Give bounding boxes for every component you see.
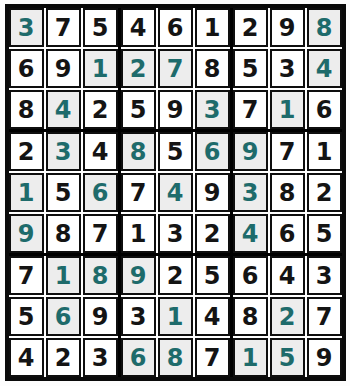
cell-r7c4[interactable]: 9 bbox=[121, 256, 156, 295]
cell-r1c5[interactable]: 6 bbox=[158, 8, 193, 47]
cell-r5c7[interactable]: 3 bbox=[233, 173, 268, 212]
cell-r6c1[interactable]: 9 bbox=[9, 214, 44, 253]
cell-r9c5[interactable]: 8 bbox=[158, 338, 193, 377]
cell-r9c6[interactable]: 7 bbox=[195, 338, 230, 377]
cell-r2c7[interactable]: 5 bbox=[233, 49, 268, 88]
cell-r4c4[interactable]: 8 bbox=[121, 132, 156, 171]
sudoku-box-1: 375691842 bbox=[9, 8, 118, 129]
cell-r6c9[interactable]: 5 bbox=[307, 214, 342, 253]
cell-r1c9[interactable]: 8 bbox=[307, 8, 342, 47]
cell-r9c7[interactable]: 1 bbox=[233, 338, 268, 377]
cell-r6c3[interactable]: 7 bbox=[83, 214, 118, 253]
cell-r5c9[interactable]: 2 bbox=[307, 173, 342, 212]
cell-r7c8[interactable]: 4 bbox=[270, 256, 305, 295]
cell-r3c9[interactable]: 6 bbox=[307, 90, 342, 129]
cell-r1c8[interactable]: 9 bbox=[270, 8, 305, 47]
cell-r4c3[interactable]: 4 bbox=[83, 132, 118, 171]
cell-r3c2[interactable]: 4 bbox=[46, 90, 81, 129]
cell-r1c7[interactable]: 2 bbox=[233, 8, 268, 47]
sudoku-box-5: 856749132 bbox=[121, 132, 230, 253]
cell-r2c3[interactable]: 1 bbox=[83, 49, 118, 88]
cell-r3c1[interactable]: 8 bbox=[9, 90, 44, 129]
cell-r7c1[interactable]: 7 bbox=[9, 256, 44, 295]
page: 3756918424612785932985347162341569878567… bbox=[0, 0, 350, 386]
cell-r3c4[interactable]: 5 bbox=[121, 90, 156, 129]
cell-r1c6[interactable]: 1 bbox=[195, 8, 230, 47]
sudoku-box-4: 234156987 bbox=[9, 132, 118, 253]
cell-r2c2[interactable]: 9 bbox=[46, 49, 81, 88]
cell-r8c4[interactable]: 3 bbox=[121, 297, 156, 336]
cell-r6c8[interactable]: 6 bbox=[270, 214, 305, 253]
sudoku-box-9: 643827159 bbox=[233, 256, 342, 377]
cell-r1c4[interactable]: 4 bbox=[121, 8, 156, 47]
cell-r3c5[interactable]: 9 bbox=[158, 90, 193, 129]
cell-r7c6[interactable]: 5 bbox=[195, 256, 230, 295]
cell-r4c7[interactable]: 9 bbox=[233, 132, 268, 171]
cell-r6c7[interactable]: 4 bbox=[233, 214, 268, 253]
cell-r4c1[interactable]: 2 bbox=[9, 132, 44, 171]
sudoku-box-6: 971382465 bbox=[233, 132, 342, 253]
cell-r3c3[interactable]: 2 bbox=[83, 90, 118, 129]
cell-r3c8[interactable]: 1 bbox=[270, 90, 305, 129]
cell-r8c9[interactable]: 7 bbox=[307, 297, 342, 336]
cell-r3c7[interactable]: 7 bbox=[233, 90, 268, 129]
cell-r4c8[interactable]: 7 bbox=[270, 132, 305, 171]
sudoku-box-7: 718569423 bbox=[9, 256, 118, 377]
cell-r8c2[interactable]: 6 bbox=[46, 297, 81, 336]
cell-r7c2[interactable]: 1 bbox=[46, 256, 81, 295]
cell-r5c2[interactable]: 5 bbox=[46, 173, 81, 212]
cell-r6c5[interactable]: 3 bbox=[158, 214, 193, 253]
cell-r9c9[interactable]: 9 bbox=[307, 338, 342, 377]
cell-r9c8[interactable]: 5 bbox=[270, 338, 305, 377]
cell-r5c5[interactable]: 4 bbox=[158, 173, 193, 212]
cell-r2c6[interactable]: 8 bbox=[195, 49, 230, 88]
cell-r2c9[interactable]: 4 bbox=[307, 49, 342, 88]
cell-r5c1[interactable]: 1 bbox=[9, 173, 44, 212]
sudoku-board: 3756918424612785932985347162341569878567… bbox=[5, 4, 346, 381]
cell-r6c2[interactable]: 8 bbox=[46, 214, 81, 253]
cell-r5c8[interactable]: 8 bbox=[270, 173, 305, 212]
sudoku-box-grid: 3756918424612785932985347162341569878567… bbox=[9, 8, 342, 377]
cell-r2c8[interactable]: 3 bbox=[270, 49, 305, 88]
cell-r5c6[interactable]: 9 bbox=[195, 173, 230, 212]
sudoku-box-3: 298534716 bbox=[233, 8, 342, 129]
cell-r9c2[interactable]: 2 bbox=[46, 338, 81, 377]
cell-r6c4[interactable]: 1 bbox=[121, 214, 156, 253]
cell-r8c6[interactable]: 4 bbox=[195, 297, 230, 336]
cell-r8c3[interactable]: 9 bbox=[83, 297, 118, 336]
cell-r9c4[interactable]: 6 bbox=[121, 338, 156, 377]
cell-r2c4[interactable]: 2 bbox=[121, 49, 156, 88]
cell-r9c3[interactable]: 3 bbox=[83, 338, 118, 377]
cell-r1c2[interactable]: 7 bbox=[46, 8, 81, 47]
cell-r7c3[interactable]: 8 bbox=[83, 256, 118, 295]
cell-r1c3[interactable]: 5 bbox=[83, 8, 118, 47]
cell-r7c9[interactable]: 3 bbox=[307, 256, 342, 295]
cell-r5c4[interactable]: 7 bbox=[121, 173, 156, 212]
cell-r4c2[interactable]: 3 bbox=[46, 132, 81, 171]
cell-r4c6[interactable]: 6 bbox=[195, 132, 230, 171]
cell-r7c5[interactable]: 2 bbox=[158, 256, 193, 295]
cell-r7c7[interactable]: 6 bbox=[233, 256, 268, 295]
cell-r4c9[interactable]: 1 bbox=[307, 132, 342, 171]
cell-r8c5[interactable]: 1 bbox=[158, 297, 193, 336]
cell-r3c6[interactable]: 3 bbox=[195, 90, 230, 129]
cell-r6c6[interactable]: 2 bbox=[195, 214, 230, 253]
cell-r9c1[interactable]: 4 bbox=[9, 338, 44, 377]
cell-r2c5[interactable]: 7 bbox=[158, 49, 193, 88]
cell-r8c1[interactable]: 5 bbox=[9, 297, 44, 336]
cell-r1c1[interactable]: 3 bbox=[9, 8, 44, 47]
cell-r8c7[interactable]: 8 bbox=[233, 297, 268, 336]
cell-r5c3[interactable]: 6 bbox=[83, 173, 118, 212]
cell-r2c1[interactable]: 6 bbox=[9, 49, 44, 88]
cell-r8c8[interactable]: 2 bbox=[270, 297, 305, 336]
sudoku-box-8: 925314687 bbox=[121, 256, 230, 377]
sudoku-box-2: 461278593 bbox=[121, 8, 230, 129]
cell-r4c5[interactable]: 5 bbox=[158, 132, 193, 171]
